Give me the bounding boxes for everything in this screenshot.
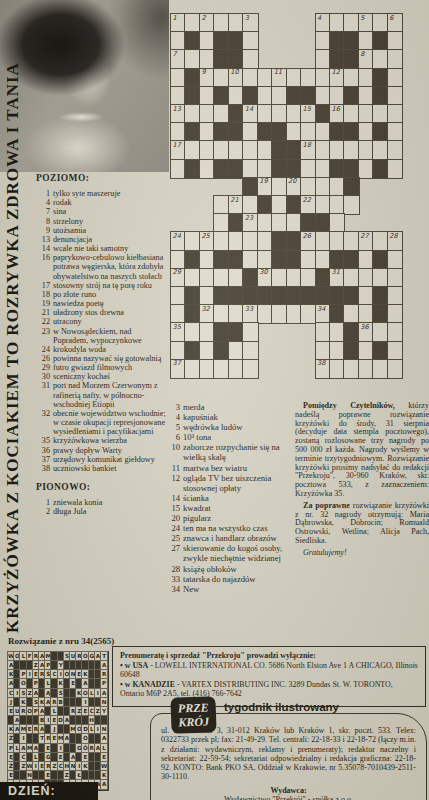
white-cell-r8c15[interactable] <box>373 141 387 159</box>
white-cell-r6c8[interactable] <box>272 105 286 123</box>
white-cell-r8c1[interactable]: 17 <box>171 141 185 159</box>
black-cell <box>344 251 358 269</box>
white-cell-r4c12[interactable]: 12 <box>330 69 344 87</box>
white-cell-r1c3[interactable]: 2 <box>200 14 214 32</box>
clue-item: 23w Nowosądeckiem, nad Popradem, wypoczy… <box>36 327 167 345</box>
white-cell-r17c8[interactable] <box>272 305 286 323</box>
black-cell <box>229 123 243 141</box>
white-cell-r1c12[interactable] <box>330 14 344 32</box>
white-cell-r3c3[interactable] <box>200 50 214 68</box>
white-cell-r8c4[interactable] <box>214 141 228 159</box>
white-cell-r13c5[interactable] <box>229 232 243 250</box>
white-cell-r1c2[interactable] <box>185 14 199 32</box>
black-cell <box>272 141 286 159</box>
clue-text: urzędowy komunikat giełdowy <box>53 455 167 464</box>
white-cell-r19c1[interactable] <box>171 342 185 360</box>
white-cell-r3c6[interactable] <box>243 50 257 68</box>
white-cell-r8c6[interactable] <box>243 141 257 159</box>
cell-number-38: 38 <box>317 360 325 367</box>
white-cell-r2c3[interactable] <box>200 32 214 50</box>
clue-text: 10³ tona <box>183 432 293 442</box>
black-cell <box>185 123 199 141</box>
down-clue-list-left: 1zniewala konia2długa Jula <box>36 498 167 516</box>
white-cell-r8c14[interactable] <box>359 141 373 159</box>
black-cell <box>258 287 272 305</box>
white-cell-r15c14[interactable] <box>359 269 373 287</box>
white-cell-r13c13[interactable] <box>344 232 358 250</box>
cell-number-5: 5 <box>360 15 364 22</box>
white-cell-r2c1[interactable] <box>171 32 185 50</box>
white-cell-r5c14[interactable] <box>359 87 373 105</box>
clue-item: 8strzelony <box>36 217 167 226</box>
white-cell-r6c15[interactable] <box>373 105 387 123</box>
clues-column-middle: 3merda4kapuśniak5wędrówka ludów610³ tona… <box>166 402 293 594</box>
black-cell <box>287 251 301 269</box>
white-cell-r8c13[interactable] <box>344 141 358 159</box>
black-cell <box>258 196 272 214</box>
white-cell-r20c3[interactable] <box>200 360 214 378</box>
clue-number: 35 <box>36 436 50 445</box>
white-cell-r3c11[interactable] <box>316 50 330 68</box>
white-cell-r17c13[interactable] <box>344 305 358 323</box>
white-cell-r1c4[interactable] <box>214 14 228 32</box>
white-cell-r14c7[interactable] <box>258 251 272 269</box>
clue-text: sceniczny kochaś <box>53 372 167 381</box>
black-cell <box>344 123 358 141</box>
cell-number-32: 32 <box>201 306 209 313</box>
clue-text: tylko syte maszeruje <box>53 189 167 198</box>
black-cell <box>344 50 358 68</box>
white-cell-r19c11[interactable] <box>316 342 330 360</box>
white-cell-r9c11[interactable] <box>316 160 330 178</box>
clue-text: utracony <box>53 317 167 326</box>
white-cell-r4c14[interactable] <box>359 69 373 87</box>
white-cell-r4c10[interactable] <box>301 69 315 87</box>
cell-number-9: 9 <box>201 69 205 76</box>
cell-number-35: 35 <box>173 324 181 331</box>
white-cell-r13c15[interactable] <box>373 232 387 250</box>
clue-text: wcale nie taki samotny <box>53 244 167 253</box>
white-cell-r9c1[interactable] <box>171 160 185 178</box>
clue-number: 18 <box>36 290 50 299</box>
white-cell-r6c10[interactable]: 15 <box>301 105 315 123</box>
white-cell-r18c11[interactable] <box>316 323 330 341</box>
white-cell-r3c2[interactable] <box>185 50 199 68</box>
clue-item: 4rodak <box>36 198 167 207</box>
white-cell-r13c1[interactable]: 24 <box>171 232 185 250</box>
white-cell-r9c10[interactable] <box>301 160 315 178</box>
black-cell <box>229 251 243 269</box>
clue-text: kapuśniak <box>183 412 293 422</box>
white-cell-r4c11[interactable] <box>316 69 330 87</box>
white-cell-r4c4[interactable] <box>214 69 228 87</box>
white-cell-r11c8[interactable] <box>272 196 286 214</box>
white-cell-r14c6[interactable] <box>243 251 257 269</box>
white-cell-r7c9[interactable] <box>287 123 301 141</box>
solution-letter-cell: T <box>101 652 107 661</box>
white-cell-r18c15[interactable] <box>373 323 387 341</box>
black-cell <box>344 32 358 50</box>
white-cell-r3c15[interactable] <box>373 50 387 68</box>
white-cell-r15c7[interactable]: 30 <box>258 269 272 287</box>
clue-number: 37 <box>36 455 50 464</box>
white-cell-r7c16[interactable] <box>388 123 402 141</box>
clue-number: 5 <box>166 422 180 432</box>
white-cell-r18c3[interactable] <box>200 323 214 341</box>
white-cell-r19c6[interactable] <box>243 342 257 360</box>
white-cell-r15c16[interactable] <box>388 269 402 287</box>
white-cell-r5c12[interactable] <box>330 87 344 105</box>
white-cell-r14c11[interactable] <box>316 251 330 269</box>
white-cell-r17c7[interactable] <box>258 305 272 323</box>
white-cell-r6c3[interactable] <box>200 105 214 123</box>
white-cell-r4c5[interactable]: 10 <box>229 69 243 87</box>
clue-number: 10 <box>166 442 180 462</box>
white-cell-r17c16[interactable] <box>388 305 402 323</box>
white-cell-r14c14[interactable] <box>359 251 373 269</box>
contest-paragraph: Pomiędzy Czytelników, którzy nadeślą pop… <box>295 402 429 499</box>
white-cell-r6c2[interactable] <box>185 105 199 123</box>
clue-number: 8 <box>36 217 50 226</box>
white-cell-r9c16[interactable] <box>388 160 402 178</box>
white-cell-r13c2[interactable] <box>185 232 199 250</box>
white-cell-r12c9[interactable] <box>287 214 301 232</box>
white-cell-r20c5[interactable] <box>229 360 243 378</box>
white-cell-r20c12[interactable] <box>330 360 344 378</box>
white-cell-r17c6[interactable]: 33 <box>243 305 257 323</box>
white-cell-r1c1[interactable]: 1 <box>171 14 185 32</box>
white-cell-r20c2[interactable] <box>185 360 199 378</box>
black-cell <box>330 50 344 68</box>
white-cell-r5c1[interactable] <box>171 87 185 105</box>
white-cell-r5c7[interactable] <box>258 87 272 105</box>
white-cell-r11c10[interactable]: 22 <box>301 196 315 214</box>
white-cell-r19c12[interactable] <box>330 342 344 360</box>
black-cell <box>287 287 301 305</box>
white-cell-r17c14[interactable] <box>359 305 373 323</box>
black-cell <box>185 251 199 269</box>
white-cell-r7c3[interactable] <box>200 123 214 141</box>
white-cell-r13c3[interactable]: 25 <box>200 232 214 250</box>
white-cell-r11c6[interactable] <box>243 196 257 214</box>
white-cell-r13c6[interactable] <box>243 232 257 250</box>
black-cell <box>229 50 243 68</box>
cell-number-26: 26 <box>303 233 311 240</box>
clue-text: uczniowski bankiet <box>53 464 167 473</box>
white-cell-r17c4[interactable] <box>214 305 228 323</box>
white-cell-r16c3[interactable] <box>200 287 214 305</box>
white-cell-r19c16[interactable] <box>388 342 402 360</box>
cell-number-15: 15 <box>303 106 311 113</box>
white-cell-r15c8[interactable] <box>272 269 286 287</box>
solution-black-cell <box>101 716 107 725</box>
clue-text: długa Jula <box>53 507 167 516</box>
white-cell-r3c1[interactable]: 7 <box>171 50 185 68</box>
white-cell-r8c3[interactable] <box>200 141 214 159</box>
clue-number: 33 <box>166 574 180 584</box>
white-cell-r9c3[interactable] <box>200 160 214 178</box>
white-cell-r18c2[interactable] <box>185 323 199 341</box>
white-cell-r15c15[interactable] <box>373 269 387 287</box>
white-cell-r18c12[interactable] <box>330 323 344 341</box>
white-cell-r5c8[interactable] <box>272 87 286 105</box>
white-cell-r9c6[interactable] <box>243 160 257 178</box>
white-cell-r20c16[interactable] <box>388 360 402 378</box>
white-cell-r6c12[interactable]: 16 <box>330 105 344 123</box>
white-cell-r11c5[interactable]: 21 <box>229 196 243 214</box>
white-cell-r6c13[interactable] <box>344 105 358 123</box>
black-cell <box>185 160 199 178</box>
clue-text: wędrówka ludów <box>183 422 293 432</box>
white-cell-r8c12[interactable] <box>330 141 344 159</box>
white-cell-r1c13[interactable] <box>344 14 358 32</box>
white-cell-r19c14[interactable] <box>359 342 373 360</box>
clue-text: merda <box>183 402 293 412</box>
white-cell-r15c12[interactable]: 31 <box>330 269 344 287</box>
white-cell-r11c4[interactable] <box>214 196 228 214</box>
white-cell-r10c11[interactable] <box>316 178 330 196</box>
clue-number: 21 <box>36 308 50 317</box>
publisher-label: Wydawca: <box>161 786 416 795</box>
white-cell-r17c1[interactable] <box>171 305 185 323</box>
white-cell-r14c1[interactable] <box>171 251 185 269</box>
white-cell-r19c3[interactable] <box>200 342 214 360</box>
white-cell-r14c3[interactable] <box>200 251 214 269</box>
white-cell-r17c10[interactable] <box>301 305 315 323</box>
white-cell-r20c1[interactable]: 37 <box>171 360 185 378</box>
white-cell-r4c8[interactable]: 11 <box>272 69 286 87</box>
black-cell <box>272 287 286 305</box>
white-cell-r14c10[interactable] <box>301 251 315 269</box>
clue-number: 38 <box>36 464 50 473</box>
white-cell-r15c4[interactable] <box>214 269 228 287</box>
pinup-photo <box>0 0 169 172</box>
clue-text: futro gwiazd filmowych <box>53 363 167 372</box>
clue-number: 12 <box>166 473 180 493</box>
white-cell-r20c15[interactable] <box>373 360 387 378</box>
publisher-name: Wydawnictwo "Przekrój" - spółka z o.o. <box>161 795 416 800</box>
black-cell <box>344 323 358 341</box>
clue-text: zniewala konia <box>53 498 167 507</box>
white-cell-r15c13[interactable] <box>344 269 358 287</box>
clue-number: 4 <box>36 198 50 207</box>
white-cell-r6c6[interactable]: 14 <box>243 105 257 123</box>
clue-item: 13denuncjacja <box>36 235 167 244</box>
clue-item: 35krzyżówkowa wierzba <box>36 436 167 445</box>
white-cell-r12c7[interactable] <box>258 214 272 232</box>
black-cell <box>316 105 330 123</box>
white-cell-r13c10[interactable]: 26 <box>301 232 315 250</box>
white-cell-r15c3[interactable] <box>200 269 214 287</box>
white-cell-r2c6[interactable] <box>243 32 257 50</box>
white-cell-r1c6[interactable]: 3 <box>243 14 257 32</box>
white-cell-r7c14[interactable] <box>359 123 373 141</box>
white-cell-r20c11[interactable]: 38 <box>316 360 330 378</box>
white-cell-r6c4[interactable] <box>214 105 228 123</box>
clue-item: 17stosowny strój na tę porę roku <box>36 281 167 290</box>
white-cell-r11c12[interactable] <box>330 196 344 214</box>
clue-number: 14 <box>166 493 180 503</box>
white-cell-r17c3[interactable]: 32 <box>200 305 214 323</box>
white-cell-r1c16[interactable]: 6 <box>388 14 402 32</box>
white-cell-r12c6[interactable]: 23 <box>243 214 257 232</box>
white-cell-r13c12[interactable] <box>330 232 344 250</box>
clue-item: 26powinna nazywać się gotowalnią <box>36 354 167 363</box>
clue-text: uładzony stos drewna <box>53 308 167 317</box>
white-cell-r17c9[interactable] <box>287 305 301 323</box>
black-cell <box>287 160 301 178</box>
white-cell-r7c6[interactable] <box>243 123 257 141</box>
white-cell-r20c6[interactable] <box>243 360 257 378</box>
cell-number-8: 8 <box>360 51 364 58</box>
clue-item: 32obecnie województwo wschodnie; w czasi… <box>36 409 167 436</box>
white-cell-r6c1[interactable]: 13 <box>171 105 185 123</box>
clue-item: 36prawy dopływ Warty <box>36 446 167 455</box>
white-cell-r10c12[interactable] <box>330 178 344 196</box>
white-cell-r7c1[interactable] <box>171 123 185 141</box>
white-cell-r15c2[interactable] <box>185 269 199 287</box>
magazine-page: KRZYŻÓWKA Z KOCIAKIEM TO ROZRYWKA ZDROWA… <box>0 0 429 800</box>
white-cell-r8c10[interactable]: 18 <box>301 141 315 159</box>
clue-item: 19nawiedza poetę <box>36 299 167 308</box>
white-cell-r20c4[interactable] <box>214 360 228 378</box>
white-cell-r9c7[interactable] <box>258 160 272 178</box>
black-cell <box>243 269 257 287</box>
solution-letter-cell: Y <box>101 707 107 716</box>
contest-body: którzy nadeślą poprawne rozwiązanie krzy… <box>295 401 429 498</box>
white-cell-r2c11[interactable] <box>316 32 330 50</box>
white-cell-r18c1[interactable]: 35 <box>171 323 185 341</box>
white-cell-r12c12[interactable] <box>330 214 344 232</box>
white-cell-r15c10[interactable] <box>301 269 315 287</box>
white-cell-r7c11[interactable] <box>316 123 330 141</box>
white-cell-r16c16[interactable] <box>388 287 402 305</box>
white-cell-r10c10[interactable] <box>301 178 315 196</box>
white-cell-r13c4[interactable] <box>214 232 228 250</box>
white-cell-r8c16[interactable] <box>388 141 402 159</box>
black-cell <box>373 287 387 305</box>
editorial-address: ul. Reformacka 3, 31-012 Kraków lub Krak… <box>161 726 416 781</box>
white-cell-r12c8[interactable] <box>272 214 286 232</box>
white-cell-r5c3[interactable] <box>200 87 214 105</box>
white-cell-r10c7[interactable]: 19 <box>258 178 272 196</box>
clue-number: 7 <box>36 207 50 216</box>
white-cell-r4c13[interactable] <box>344 69 358 87</box>
white-cell-r11c13[interactable] <box>344 196 358 214</box>
white-cell-r4c16[interactable] <box>388 69 402 87</box>
white-cell-r6c9[interactable] <box>287 105 301 123</box>
black-cell <box>229 214 243 232</box>
clue-text: strzelony <box>53 217 167 226</box>
white-cell-r19c5[interactable] <box>229 342 243 360</box>
clue-item: 11martwa bez wiatru <box>166 463 293 473</box>
cell-number-34: 34 <box>317 306 325 313</box>
white-cell-r18c16[interactable] <box>388 323 402 341</box>
white-cell-r8c2[interactable] <box>185 141 199 159</box>
white-cell-r6c14[interactable] <box>359 105 373 123</box>
clue-item: 12ogląda TV bez uiszczenia stosownej opł… <box>166 473 293 493</box>
white-cell-r20c14[interactable] <box>359 360 373 378</box>
white-cell-r18c6[interactable] <box>243 323 257 341</box>
clue-item: 22utracony <box>36 317 167 326</box>
white-cell-r10c9[interactable]: 20 <box>287 178 301 196</box>
clue-number: 9 <box>36 226 50 235</box>
white-cell-r5c16[interactable] <box>388 87 402 105</box>
white-cell-r17c5[interactable] <box>229 305 243 323</box>
white-cell-r2c14[interactable] <box>359 32 373 50</box>
white-cell-r5c11[interactable] <box>316 87 330 105</box>
clue-text: New <box>183 584 293 594</box>
clue-number: 1 <box>36 189 50 198</box>
clue-item: 14ścianka <box>166 493 293 503</box>
white-cell-r8c5[interactable] <box>229 141 243 159</box>
clue-item: 20pigularz <box>166 513 293 523</box>
white-cell-r6c16[interactable] <box>388 105 402 123</box>
white-cell-r11c11[interactable] <box>316 196 330 214</box>
solution-letter-cell: A <box>101 780 107 789</box>
black-cell <box>258 123 272 141</box>
white-cell-r17c11[interactable]: 34 <box>316 305 330 323</box>
white-cell-r18c14[interactable]: 36 <box>359 323 373 341</box>
white-cell-r8c7[interactable] <box>258 141 272 159</box>
white-cell-r4c1[interactable] <box>171 69 185 87</box>
white-cell-r7c10[interactable] <box>301 123 315 141</box>
white-cell-r4c3[interactable]: 9 <box>200 69 214 87</box>
clue-number: 14 <box>36 244 50 253</box>
clue-item: 34New <box>166 584 293 594</box>
white-cell-r15c5[interactable] <box>229 269 243 287</box>
white-cell-r5c5[interactable] <box>229 87 243 105</box>
white-cell-r4c6[interactable] <box>243 69 257 87</box>
clue-number: 20 <box>166 513 180 523</box>
white-cell-r1c11[interactable]: 4 <box>316 14 330 32</box>
white-cell-r3c14[interactable]: 8 <box>359 50 373 68</box>
white-cell-r4c9[interactable] <box>287 69 301 87</box>
white-cell-r1c5[interactable] <box>229 14 243 32</box>
white-cell-r2c16[interactable] <box>388 32 402 50</box>
down-clue-list-right: 3merda4kapuśniak5wędrówka ludów610³ tona… <box>166 402 293 594</box>
white-cell-r10c8[interactable] <box>272 178 286 196</box>
black-cell <box>330 287 344 305</box>
white-cell-r3c16[interactable] <box>388 50 402 68</box>
white-cell-r6c7[interactable] <box>258 105 272 123</box>
white-cell-r13c11[interactable] <box>316 232 330 250</box>
white-cell-r13c14[interactable]: 27 <box>359 232 373 250</box>
white-cell-r1c14[interactable]: 5 <box>359 14 373 32</box>
clue-text: ten ma na wszystko czas <box>183 523 293 533</box>
white-cell-r20c13[interactable] <box>344 360 358 378</box>
congrats-text: Gratulujemy! <box>295 549 429 558</box>
cell-number-21: 21 <box>230 197 238 204</box>
white-cell-r1c15[interactable] <box>373 14 387 32</box>
white-cell-r9c14[interactable] <box>359 160 373 178</box>
clue-number: 3 <box>166 402 180 412</box>
white-cell-r13c16[interactable]: 28 <box>388 232 402 250</box>
white-cell-r13c7[interactable] <box>258 232 272 250</box>
black-cell <box>214 50 228 68</box>
white-cell-r8c11[interactable] <box>316 141 330 159</box>
clue-item: 10zaborcze rozpychanie się na wielką ska… <box>166 442 293 462</box>
white-cell-r14c16[interactable] <box>388 251 402 269</box>
white-cell-r15c1[interactable]: 29 <box>171 269 185 287</box>
white-cell-r16c14[interactable] <box>359 287 373 305</box>
solution-letter-cell: N <box>101 698 107 707</box>
white-cell-r12c4[interactable] <box>214 214 228 232</box>
black-cell <box>185 87 199 105</box>
white-cell-r4c7[interactable] <box>258 69 272 87</box>
white-cell-r15c9[interactable] <box>287 269 301 287</box>
white-cell-r16c1[interactable] <box>171 287 185 305</box>
